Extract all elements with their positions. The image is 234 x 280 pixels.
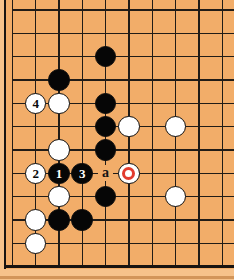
stone-black: [95, 93, 117, 115]
grid-line-vertical: [152, 0, 153, 267]
stone-black: [95, 186, 117, 208]
stone-white: [25, 209, 47, 231]
stone-white: [118, 116, 140, 138]
circle-marker: [122, 167, 135, 180]
letter-point-a: a: [98, 165, 113, 181]
stone-white-move-2: 2: [25, 163, 47, 185]
stone-white: [48, 93, 70, 115]
board-edge-bottom: [4, 265, 234, 268]
stone-white: [48, 139, 70, 161]
stone-black: [95, 139, 117, 161]
grid-line-horizontal: [12, 33, 234, 34]
stone-white: [48, 186, 70, 208]
stone-black: [48, 69, 70, 91]
grid-line-vertical: [222, 0, 223, 267]
stone-black-move-3: 3: [71, 163, 93, 185]
go-board-diagram: a4213: [0, 0, 234, 280]
board-edge-left: [4, 0, 7, 269]
stone-black: [48, 209, 70, 231]
stone-white-move-4: 4: [25, 93, 47, 115]
grid-line-vertical: [12, 0, 13, 267]
grid-line-horizontal: [12, 56, 234, 57]
stone-black: [95, 116, 117, 138]
stone-black: [95, 46, 117, 68]
grid-line-horizontal: [12, 9, 234, 10]
grid-line-horizontal: [12, 149, 234, 150]
stone-black: [71, 209, 93, 231]
stone-white: [25, 233, 47, 255]
wood-margin-bottom-shade: [0, 276, 234, 279]
grid-line-horizontal: [12, 79, 234, 80]
stone-white: [165, 186, 187, 208]
stone-black-move-1: 1: [48, 163, 70, 185]
grid-line-horizontal: [12, 196, 234, 197]
stone-white: [165, 116, 187, 138]
stone-white: [118, 163, 140, 185]
grid-line-vertical: [198, 0, 199, 267]
